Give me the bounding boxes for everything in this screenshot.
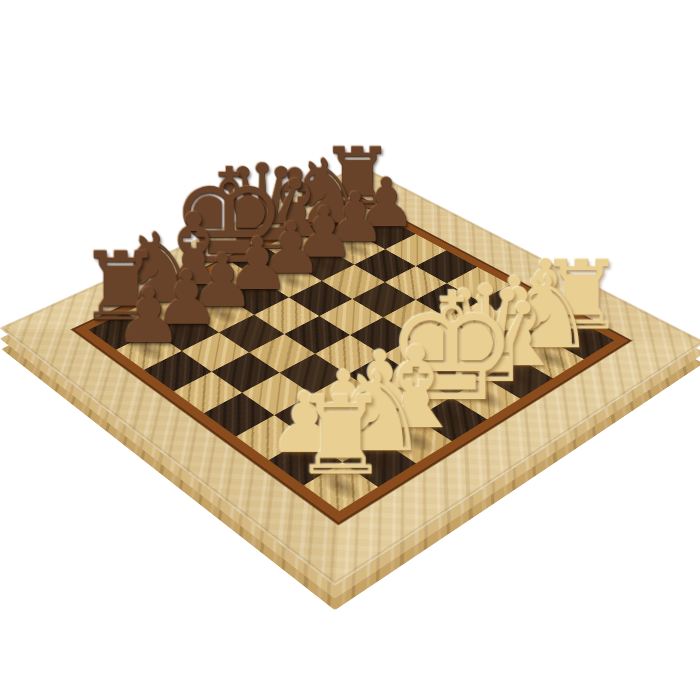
white-rook-glyph: ♜ xyxy=(238,382,444,491)
chess-board: ♜♞♟♝♟♛♟♚♟♝♟♞♟♟♜♟♟♜♟♟♞♟♝♟♛♟♚♟♝♟♞♜ xyxy=(0,165,700,586)
chess-set-photo: ♜♞♟♝♟♛♟♚♟♝♟♞♟♟♜♟♟♜♟♟♞♟♝♟♛♟♚♟♝♟♞♜ xyxy=(0,0,700,700)
perspective-scene: ♜♞♟♝♟♛♟♚♟♝♟♞♟♟♜♟♟♜♟♟♞♟♝♟♛♟♚♟♝♟♞♜ xyxy=(0,0,700,700)
black-pawn-glyph: ♟ xyxy=(58,278,241,354)
